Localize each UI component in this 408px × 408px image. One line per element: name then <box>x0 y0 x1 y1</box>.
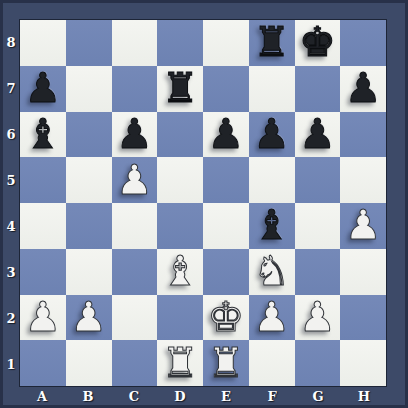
rank-label-6: 6 <box>3 111 19 157</box>
square-c2[interactable] <box>112 295 158 341</box>
square-h3[interactable] <box>340 249 386 295</box>
square-c3[interactable] <box>112 249 158 295</box>
rank-label-5: 5 <box>3 157 19 203</box>
square-e3[interactable] <box>203 249 249 295</box>
square-d6[interactable] <box>157 112 203 158</box>
rank-label-7: 7 <box>3 65 19 111</box>
file-label-h: H <box>341 387 387 405</box>
square-e5[interactable] <box>203 157 249 203</box>
square-h7[interactable]: ♟ <box>340 66 386 112</box>
piece-black-pawn-e6[interactable]: ♟ <box>207 114 244 155</box>
square-h5[interactable] <box>340 157 386 203</box>
square-c8[interactable] <box>112 20 158 66</box>
square-h2[interactable] <box>340 295 386 341</box>
square-d3[interactable]: ♝ <box>157 249 203 295</box>
file-label-f: F <box>249 387 295 405</box>
square-e8[interactable] <box>203 20 249 66</box>
piece-white-rook-d1[interactable]: ♜ <box>162 343 199 384</box>
piece-black-bishop-f4[interactable]: ♝ <box>253 205 290 246</box>
piece-black-pawn-g6[interactable]: ♟ <box>299 114 336 155</box>
square-d8[interactable] <box>157 20 203 66</box>
piece-white-pawn-f2[interactable]: ♟ <box>253 297 290 338</box>
square-e4[interactable] <box>203 203 249 249</box>
square-b1[interactable] <box>66 340 112 386</box>
square-g8[interactable]: ♚ <box>295 20 341 66</box>
square-d7[interactable]: ♜ <box>157 66 203 112</box>
square-c5[interactable]: ♟ <box>112 157 158 203</box>
rank-label-8: 8 <box>3 19 19 65</box>
square-b7[interactable] <box>66 66 112 112</box>
piece-black-rook-d7[interactable]: ♜ <box>162 68 199 109</box>
square-g6[interactable]: ♟ <box>295 112 341 158</box>
square-b2[interactable]: ♟ <box>66 295 112 341</box>
square-e7[interactable] <box>203 66 249 112</box>
board-frame: ♜♚♟♜♟♝♟♟♟♟♟♝♟♝♞♟♟♚♟♟♜♜ 87654321 ABCDEFGH <box>0 0 408 408</box>
square-b5[interactable] <box>66 157 112 203</box>
rank-label-4: 4 <box>3 203 19 249</box>
square-a3[interactable] <box>20 249 66 295</box>
piece-white-king-e2[interactable]: ♚ <box>207 297 244 338</box>
piece-black-bishop-a6[interactable]: ♝ <box>24 114 61 155</box>
square-h6[interactable] <box>340 112 386 158</box>
rank-labels: 87654321 <box>3 19 19 387</box>
file-label-a: A <box>19 387 65 405</box>
piece-black-pawn-f6[interactable]: ♟ <box>253 114 290 155</box>
square-a5[interactable] <box>20 157 66 203</box>
file-label-e: E <box>203 387 249 405</box>
square-b6[interactable] <box>66 112 112 158</box>
square-a6[interactable]: ♝ <box>20 112 66 158</box>
square-f1[interactable] <box>249 340 295 386</box>
square-e6[interactable]: ♟ <box>203 112 249 158</box>
square-f7[interactable] <box>249 66 295 112</box>
piece-white-pawn-c5[interactable]: ♟ <box>116 160 153 201</box>
piece-black-rook-f8[interactable]: ♜ <box>253 22 290 63</box>
square-a7[interactable]: ♟ <box>20 66 66 112</box>
piece-black-pawn-c6[interactable]: ♟ <box>116 114 153 155</box>
square-f8[interactable]: ♜ <box>249 20 295 66</box>
square-g7[interactable] <box>295 66 341 112</box>
square-b3[interactable] <box>66 249 112 295</box>
piece-white-pawn-h4[interactable]: ♟ <box>345 205 382 246</box>
square-f3[interactable]: ♞ <box>249 249 295 295</box>
file-label-g: G <box>295 387 341 405</box>
square-f2[interactable]: ♟ <box>249 295 295 341</box>
rank-label-2: 2 <box>3 295 19 341</box>
piece-black-pawn-h7[interactable]: ♟ <box>345 68 382 109</box>
square-c7[interactable] <box>112 66 158 112</box>
file-label-c: C <box>111 387 157 405</box>
square-a4[interactable] <box>20 203 66 249</box>
square-f6[interactable]: ♟ <box>249 112 295 158</box>
file-labels: ABCDEFGH <box>19 387 387 405</box>
square-a8[interactable] <box>20 20 66 66</box>
square-c1[interactable] <box>112 340 158 386</box>
square-f5[interactable] <box>249 157 295 203</box>
square-b4[interactable] <box>66 203 112 249</box>
rank-label-3: 3 <box>3 249 19 295</box>
square-f4[interactable]: ♝ <box>249 203 295 249</box>
square-c6[interactable]: ♟ <box>112 112 158 158</box>
piece-black-king-g8[interactable]: ♚ <box>299 22 336 63</box>
square-h8[interactable] <box>340 20 386 66</box>
piece-white-knight-f3[interactable]: ♞ <box>253 251 290 292</box>
square-a1[interactable] <box>20 340 66 386</box>
square-d1[interactable]: ♜ <box>157 340 203 386</box>
piece-white-bishop-d3[interactable]: ♝ <box>162 251 199 292</box>
square-g4[interactable] <box>295 203 341 249</box>
square-e1[interactable]: ♜ <box>203 340 249 386</box>
piece-white-pawn-b2[interactable]: ♟ <box>70 297 107 338</box>
file-label-b: B <box>65 387 111 405</box>
piece-white-rook-e1[interactable]: ♜ <box>207 343 244 384</box>
chess-board: ♜♚♟♜♟♝♟♟♟♟♟♝♟♝♞♟♟♚♟♟♜♜ <box>19 19 387 387</box>
piece-white-pawn-a2[interactable]: ♟ <box>24 297 61 338</box>
square-g3[interactable] <box>295 249 341 295</box>
square-g2[interactable]: ♟ <box>295 295 341 341</box>
square-g5[interactable] <box>295 157 341 203</box>
square-c4[interactable] <box>112 203 158 249</box>
piece-black-pawn-a7[interactable]: ♟ <box>24 68 61 109</box>
square-a2[interactable]: ♟ <box>20 295 66 341</box>
square-d2[interactable] <box>157 295 203 341</box>
file-label-d: D <box>157 387 203 405</box>
rank-label-1: 1 <box>3 341 19 387</box>
piece-white-pawn-g2[interactable]: ♟ <box>299 297 336 338</box>
square-b8[interactable] <box>66 20 112 66</box>
square-h1[interactable] <box>340 340 386 386</box>
square-h4[interactable]: ♟ <box>340 203 386 249</box>
square-d5[interactable] <box>157 157 203 203</box>
square-e2[interactable]: ♚ <box>203 295 249 341</box>
square-d4[interactable] <box>157 203 203 249</box>
square-g1[interactable] <box>295 340 341 386</box>
